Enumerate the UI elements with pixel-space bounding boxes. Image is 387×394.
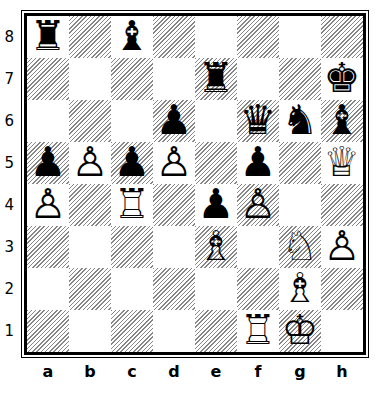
square-h8[interactable] xyxy=(321,16,363,58)
square-a5[interactable]: ♟ xyxy=(27,142,69,184)
piece-black-rook: ♜ xyxy=(30,15,67,57)
square-e4[interactable]: ♟ xyxy=(195,184,237,226)
square-c6[interactable] xyxy=(111,100,153,142)
square-e2[interactable] xyxy=(195,268,237,310)
piece-black-pawn: ♟ xyxy=(156,99,193,141)
piece-white-queen: ♕ xyxy=(324,141,361,183)
square-h4[interactable] xyxy=(321,184,363,226)
square-d8[interactable] xyxy=(153,16,195,58)
piece-black-pawn: ♟ xyxy=(198,183,235,225)
square-c5[interactable]: ♟ xyxy=(111,142,153,184)
chess-board: ♜♝♜♚♟♛♞♝♟♙♟♙♟♕♙♖♟♙♗♘♙♗♖♔ xyxy=(27,16,363,352)
rank-label-7: 7 xyxy=(0,58,21,100)
square-g1[interactable]: ♔ xyxy=(279,310,321,352)
square-a1[interactable] xyxy=(27,310,69,352)
file-label-f: f xyxy=(237,362,279,381)
square-a8[interactable]: ♜ xyxy=(27,16,69,58)
piece-black-pawn: ♟ xyxy=(240,141,277,183)
piece-white-bishop: ♗ xyxy=(282,267,319,309)
piece-black-bishop: ♝ xyxy=(114,15,151,57)
square-a6[interactable] xyxy=(27,100,69,142)
piece-white-bishop: ♗ xyxy=(198,225,235,267)
square-h7[interactable]: ♚ xyxy=(321,58,363,100)
file-label-a: a xyxy=(27,362,69,381)
square-d7[interactable] xyxy=(153,58,195,100)
square-a2[interactable] xyxy=(27,268,69,310)
square-f7[interactable] xyxy=(237,58,279,100)
square-f2[interactable] xyxy=(237,268,279,310)
square-b4[interactable] xyxy=(69,184,111,226)
square-f3[interactable] xyxy=(237,226,279,268)
rank-labels: 87654321 xyxy=(0,10,21,352)
file-label-b: b xyxy=(69,362,111,381)
square-f5[interactable]: ♟ xyxy=(237,142,279,184)
piece-white-pawn: ♙ xyxy=(240,183,277,225)
square-a3[interactable] xyxy=(27,226,69,268)
piece-white-rook: ♖ xyxy=(240,309,277,351)
piece-white-pawn: ♙ xyxy=(72,141,109,183)
square-e7[interactable]: ♜ xyxy=(195,58,237,100)
file-labels: abcdefgh xyxy=(27,362,387,381)
piece-white-pawn: ♙ xyxy=(156,141,193,183)
file-label-e: e xyxy=(195,362,237,381)
file-label-h: h xyxy=(321,362,363,381)
chess-diagram: 87654321 ♜♝♜♚♟♛♞♝♟♙♟♙♟♕♙♖♟♙♗♘♙♗♖♔ abcdef… xyxy=(0,0,387,394)
square-e1[interactable] xyxy=(195,310,237,352)
square-g8[interactable] xyxy=(279,16,321,58)
square-g4[interactable] xyxy=(279,184,321,226)
square-b7[interactable] xyxy=(69,58,111,100)
square-f6[interactable]: ♛ xyxy=(237,100,279,142)
board-inner-border: ♜♝♜♚♟♛♞♝♟♙♟♙♟♕♙♖♟♙♗♘♙♗♖♔ xyxy=(24,13,366,355)
rank-label-5: 5 xyxy=(0,142,21,184)
square-f8[interactable] xyxy=(237,16,279,58)
square-c2[interactable] xyxy=(111,268,153,310)
square-b1[interactable] xyxy=(69,310,111,352)
square-g5[interactable] xyxy=(279,142,321,184)
square-a4[interactable]: ♙ xyxy=(27,184,69,226)
square-d2[interactable] xyxy=(153,268,195,310)
square-b5[interactable]: ♙ xyxy=(69,142,111,184)
square-e8[interactable] xyxy=(195,16,237,58)
piece-black-pawn: ♟ xyxy=(114,141,151,183)
square-h2[interactable] xyxy=(321,268,363,310)
square-g6[interactable]: ♞ xyxy=(279,100,321,142)
square-c1[interactable] xyxy=(111,310,153,352)
square-c7[interactable] xyxy=(111,58,153,100)
square-b8[interactable] xyxy=(69,16,111,58)
piece-white-pawn: ♙ xyxy=(30,183,67,225)
rank-label-1: 1 xyxy=(0,310,21,352)
rank-label-6: 6 xyxy=(0,100,21,142)
file-label-g: g xyxy=(279,362,321,381)
square-d5[interactable]: ♙ xyxy=(153,142,195,184)
piece-white-pawn: ♙ xyxy=(324,225,361,267)
square-c3[interactable] xyxy=(111,226,153,268)
square-b2[interactable] xyxy=(69,268,111,310)
piece-black-king: ♚ xyxy=(324,57,361,99)
square-f4[interactable]: ♙ xyxy=(237,184,279,226)
rank-label-3: 3 xyxy=(0,226,21,268)
square-f1[interactable]: ♖ xyxy=(237,310,279,352)
square-d4[interactable] xyxy=(153,184,195,226)
piece-white-knight: ♘ xyxy=(282,225,319,267)
rank-label-4: 4 xyxy=(0,184,21,226)
piece-white-rook: ♖ xyxy=(114,183,151,225)
square-h1[interactable] xyxy=(321,310,363,352)
file-label-d: d xyxy=(153,362,195,381)
square-h3[interactable]: ♙ xyxy=(321,226,363,268)
square-e3[interactable]: ♗ xyxy=(195,226,237,268)
square-h5[interactable]: ♕ xyxy=(321,142,363,184)
piece-black-bishop: ♝ xyxy=(324,99,361,141)
square-g7[interactable] xyxy=(279,58,321,100)
piece-black-pawn: ♟ xyxy=(30,141,67,183)
square-c4[interactable]: ♖ xyxy=(111,184,153,226)
piece-black-queen: ♛ xyxy=(240,99,277,141)
square-g2[interactable]: ♗ xyxy=(279,268,321,310)
square-e5[interactable] xyxy=(195,142,237,184)
square-c8[interactable]: ♝ xyxy=(111,16,153,58)
square-e6[interactable] xyxy=(195,100,237,142)
rank-label-8: 8 xyxy=(0,16,21,58)
rank-label-2: 2 xyxy=(0,268,21,310)
square-d6[interactable]: ♟ xyxy=(153,100,195,142)
square-d3[interactable] xyxy=(153,226,195,268)
piece-black-knight: ♞ xyxy=(282,99,319,141)
file-label-c: c xyxy=(111,362,153,381)
square-d1[interactable] xyxy=(153,310,195,352)
piece-black-rook: ♜ xyxy=(198,57,235,99)
board-frame: ♜♝♜♚♟♛♞♝♟♙♟♙♟♕♙♖♟♙♗♘♙♗♖♔ xyxy=(21,10,369,358)
square-h6[interactable]: ♝ xyxy=(321,100,363,142)
square-a7[interactable] xyxy=(27,58,69,100)
square-b6[interactable] xyxy=(69,100,111,142)
square-g3[interactable]: ♘ xyxy=(279,226,321,268)
piece-white-king: ♔ xyxy=(282,309,319,351)
square-b3[interactable] xyxy=(69,226,111,268)
